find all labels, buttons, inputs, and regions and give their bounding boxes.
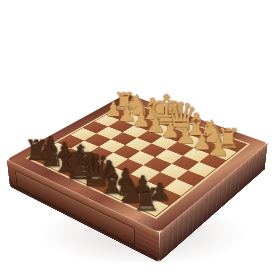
black-rook: ♜ — [13, 111, 62, 162]
square: ♟ — [58, 148, 86, 162]
square: ♟ — [44, 142, 71, 156]
chess-set-photo: ♜♞♝♚♛♝♞♜♟♟♟♟♟♟♟♟♟♟♟♟♟♟♟♟♜♞♝♚♛♝♞♜ — [0, 0, 280, 280]
white-rook: ♜ — [205, 100, 252, 149]
white-rook: ♜ — [103, 67, 145, 111]
white-bishop: ♝ — [173, 90, 219, 137]
square — [171, 155, 199, 170]
